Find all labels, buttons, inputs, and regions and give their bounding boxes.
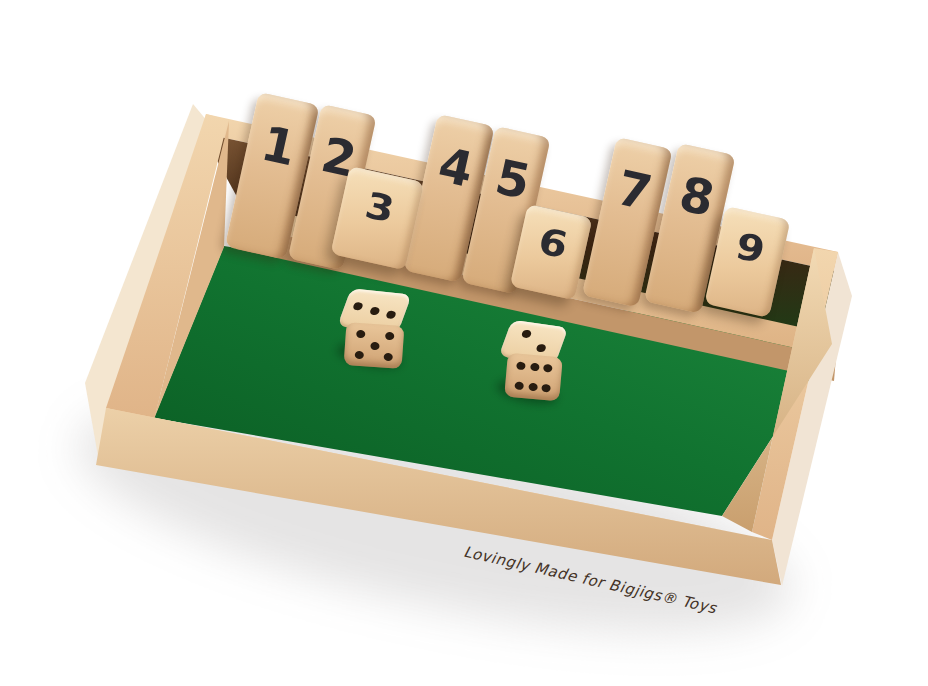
tile-6-number: 6	[517, 220, 589, 270]
wooden-box-tray	[0, 0, 928, 686]
die-pip	[542, 383, 552, 392]
tile-8-number: 8	[663, 167, 730, 226]
die-pip	[384, 353, 394, 362]
tile-3-number: 3	[339, 182, 421, 234]
die-1[interactable]	[337, 289, 415, 375]
die-pip	[516, 362, 526, 371]
die-pip	[356, 330, 366, 339]
die-pip	[521, 330, 533, 339]
die-2[interactable]	[497, 321, 571, 409]
die-pip	[535, 343, 547, 352]
tile-7-number: 7	[601, 161, 667, 220]
die-pip	[528, 382, 538, 391]
die-2-front-face	[504, 353, 563, 402]
die-pip	[530, 363, 540, 372]
tile-4-number: 4	[422, 137, 489, 196]
tile-1-number: 1	[243, 115, 314, 175]
die-pip	[352, 302, 364, 311]
tile-5-number: 5	[480, 149, 545, 208]
tile-9-number: 9	[714, 224, 786, 274]
die-pip	[385, 332, 395, 341]
die-pip	[370, 341, 380, 350]
die-pip	[514, 381, 524, 390]
die-pip	[355, 351, 365, 360]
die-pip	[543, 364, 553, 373]
die-pip	[385, 310, 397, 319]
die-pip	[369, 306, 381, 315]
die-1-front-face	[344, 322, 405, 369]
product-photo-shut-the-box: 1 2 4 5 7 8 3 6 9 Lovingly Made for Bigj…	[0, 0, 928, 686]
